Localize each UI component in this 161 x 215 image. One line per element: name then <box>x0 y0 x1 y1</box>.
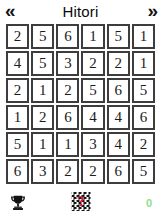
cell-r4c5[interactable]: 4 <box>107 105 130 130</box>
cell-r2c5[interactable]: 2 <box>107 51 130 76</box>
footer: ? 0 <box>0 191 161 215</box>
cell-r5c3[interactable]: 1 <box>56 132 79 157</box>
cell-r2c2[interactable]: 5 <box>31 51 54 76</box>
header: « Hitori » <box>0 0 161 23</box>
cell-r5c2[interactable]: 1 <box>31 132 54 157</box>
cell-r1c1[interactable]: 2 <box>6 24 29 49</box>
cell-r6c3[interactable]: 2 <box>56 159 79 184</box>
cell-r6c5[interactable]: 6 <box>107 159 130 184</box>
cell-r3c4[interactable]: 5 <box>81 78 104 103</box>
cell-r1c5[interactable]: 5 <box>107 24 130 49</box>
cell-r2c6[interactable]: 1 <box>132 51 155 76</box>
cell-r1c2[interactable]: 5 <box>31 24 54 49</box>
cell-r3c2[interactable]: 1 <box>31 78 54 103</box>
cell-r3c6[interactable]: 5 <box>132 78 155 103</box>
page-title: Hitori <box>62 3 98 20</box>
cell-r6c4[interactable]: 2 <box>81 159 104 184</box>
cell-r4c3[interactable]: 6 <box>56 105 79 130</box>
cell-r3c5[interactable]: 6 <box>107 78 130 103</box>
score-counter: 0 <box>146 197 152 209</box>
cell-r2c4[interactable]: 2 <box>81 51 104 76</box>
cell-r4c1[interactable]: 1 <box>6 105 29 130</box>
cell-r5c4[interactable]: 3 <box>81 132 104 157</box>
cell-r5c6[interactable]: 2 <box>132 132 155 157</box>
cell-r2c1[interactable]: 4 <box>6 51 29 76</box>
checkerboard-question-icon[interactable]: ? <box>71 192 90 211</box>
cell-r6c1[interactable]: 6 <box>6 159 29 184</box>
cell-r6c6[interactable]: 5 <box>132 159 155 184</box>
cell-r3c1[interactable]: 2 <box>6 78 29 103</box>
cell-r4c6[interactable]: 6 <box>132 105 155 130</box>
next-puzzle-button[interactable]: » <box>147 1 156 23</box>
cell-r1c4[interactable]: 1 <box>81 24 104 49</box>
prev-puzzle-button[interactable]: « <box>5 1 14 23</box>
cell-r3c3[interactable]: 2 <box>56 78 79 103</box>
cell-r5c1[interactable]: 5 <box>6 132 29 157</box>
question-mark: ? <box>70 191 91 212</box>
cell-r4c2[interactable]: 2 <box>31 105 54 130</box>
cell-r1c6[interactable]: 1 <box>132 24 155 49</box>
trophy-icon[interactable] <box>9 194 27 212</box>
cell-r1c3[interactable]: 6 <box>56 24 79 49</box>
cell-r2c3[interactable]: 3 <box>56 51 79 76</box>
cell-r5c5[interactable]: 4 <box>107 132 130 157</box>
hitori-grid: 256151453221212565126446511342632265 <box>6 24 155 184</box>
cell-r4c4[interactable]: 4 <box>81 105 104 130</box>
cell-r6c2[interactable]: 3 <box>31 159 54 184</box>
